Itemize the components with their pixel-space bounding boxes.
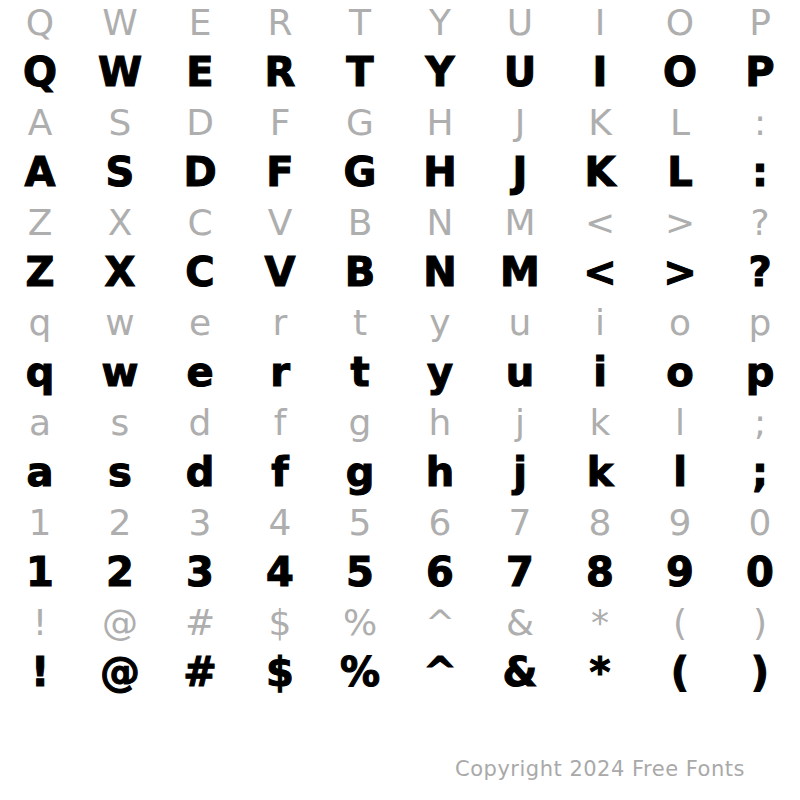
char-cell-black-r4-c3: f [240, 444, 320, 500]
reference-row-5: 1234567890 [0, 500, 800, 544]
char-cell-black-r3-c8: o [640, 344, 720, 400]
char-cell-black-r0-c0: Q [0, 44, 80, 100]
char-cell-black-r3-c1: w [80, 344, 160, 400]
char-cell-black-r6-c3: $ [240, 644, 320, 700]
char-cell-black-r2-c9: ? [720, 244, 800, 300]
char-cell-black-r2-c5: N [400, 244, 480, 300]
char-cell-gray-r2-c3: V [240, 200, 320, 244]
char-cell-gray-r1-c7: K [560, 100, 640, 144]
char-cell-black-r6-c1: @ [80, 644, 160, 700]
char-cell-gray-r0-c7: I [560, 0, 640, 44]
char-cell-black-r4-c7: k [560, 444, 640, 500]
char-cell-black-r5-c8: 9 [640, 544, 720, 600]
char-cell-black-r6-c6: & [480, 644, 560, 700]
char-cell-gray-r2-c5: N [400, 200, 480, 244]
char-cell-black-r6-c4: % [320, 644, 400, 700]
char-cell-black-r2-c0: Z [0, 244, 80, 300]
char-cell-gray-r1-c1: S [80, 100, 160, 144]
char-cell-black-r6-c2: # [160, 644, 240, 700]
char-cell-black-r1-c0: A [0, 144, 80, 200]
char-cell-black-r2-c7: < [560, 244, 640, 300]
char-cell-black-r3-c7: i [560, 344, 640, 400]
char-cell-gray-r2-c8: > [640, 200, 720, 244]
char-cell-gray-r3-c1: w [80, 300, 160, 344]
char-cell-black-r1-c6: J [480, 144, 560, 200]
char-cell-black-r5-c6: 7 [480, 544, 560, 600]
char-cell-gray-r1-c5: H [400, 100, 480, 144]
char-cell-gray-r3-c9: p [720, 300, 800, 344]
row-pair-2: ZXCVBNM<>?ZXCVBNM<>? [0, 200, 800, 300]
char-cell-black-r5-c4: 5 [320, 544, 400, 600]
char-cell-black-r6-c7: * [560, 644, 640, 700]
char-cell-gray-r1-c0: A [0, 100, 80, 144]
specimen-row-0: QWERTYUIOP [0, 44, 800, 100]
reference-row-3: qwertyuiop [0, 300, 800, 344]
specimen-row-5: 1234567890 [0, 544, 800, 600]
char-cell-gray-r1-c9: : [720, 100, 800, 144]
char-cell-gray-r0-c2: E [160, 0, 240, 44]
reference-row-1: ASDFGHJKL: [0, 100, 800, 144]
char-cell-black-r1-c3: F [240, 144, 320, 200]
row-pair-3: qwertyuiopqwertyuiop [0, 300, 800, 400]
char-cell-gray-r2-c4: B [320, 200, 400, 244]
char-cell-gray-r5-c1: 2 [80, 500, 160, 544]
char-cell-gray-r5-c6: 7 [480, 500, 560, 544]
char-cell-black-r0-c1: W [80, 44, 160, 100]
char-cell-gray-r0-c8: O [640, 0, 720, 44]
char-cell-gray-r6-c7: * [560, 600, 640, 644]
char-cell-black-r3-c6: u [480, 344, 560, 400]
char-cell-gray-r4-c0: a [0, 400, 80, 444]
char-cell-gray-r2-c6: M [480, 200, 560, 244]
char-cell-gray-r1-c2: D [160, 100, 240, 144]
reference-row-4: asdfghjkl; [0, 400, 800, 444]
char-cell-black-r4-c5: h [400, 444, 480, 500]
char-cell-black-r6-c8: ( [640, 644, 720, 700]
char-cell-gray-r6-c2: # [160, 600, 240, 644]
char-cell-gray-r6-c5: ^ [400, 600, 480, 644]
char-cell-black-r4-c9: ; [720, 444, 800, 500]
char-cell-black-r0-c3: R [240, 44, 320, 100]
char-cell-black-r4-c1: s [80, 444, 160, 500]
char-cell-black-r2-c2: C [160, 244, 240, 300]
character-grid: QWERTYUIOPQWERTYUIOPASDFGHJKL:ASDFGHJKL:… [0, 0, 800, 700]
char-cell-gray-r3-c7: i [560, 300, 640, 344]
char-cell-gray-r1-c3: F [240, 100, 320, 144]
char-cell-gray-r2-c1: X [80, 200, 160, 244]
char-cell-gray-r0-c3: R [240, 0, 320, 44]
char-cell-black-r4-c4: g [320, 444, 400, 500]
char-cell-gray-r3-c6: u [480, 300, 560, 344]
char-cell-gray-r4-c9: ; [720, 400, 800, 444]
copyright-text: Copyright 2024 Free Fonts [400, 757, 800, 789]
reference-row-0: QWERTYUIOP [0, 0, 800, 44]
char-cell-gray-r5-c0: 1 [0, 500, 80, 544]
reference-row-2: ZXCVBNM<>? [0, 200, 800, 244]
char-cell-black-r5-c9: 0 [720, 544, 800, 600]
char-cell-gray-r1-c8: L [640, 100, 720, 144]
char-cell-gray-r3-c8: o [640, 300, 720, 344]
char-cell-black-r6-c9: ) [720, 644, 800, 700]
char-cell-gray-r6-c4: % [320, 600, 400, 644]
char-cell-black-r3-c9: p [720, 344, 800, 400]
row-pair-0: QWERTYUIOPQWERTYUIOP [0, 0, 800, 100]
char-cell-black-r1-c7: K [560, 144, 640, 200]
char-cell-black-r3-c2: e [160, 344, 240, 400]
specimen-row-1: ASDFGHJKL: [0, 144, 800, 200]
char-cell-gray-r4-c8: l [640, 400, 720, 444]
char-cell-black-r0-c5: Y [400, 44, 480, 100]
char-cell-black-r0-c8: O [640, 44, 720, 100]
char-cell-black-r0-c6: U [480, 44, 560, 100]
char-cell-gray-r4-c3: f [240, 400, 320, 444]
char-cell-gray-r3-c4: t [320, 300, 400, 344]
char-cell-gray-r2-c9: ? [720, 200, 800, 244]
char-cell-gray-r1-c6: J [480, 100, 560, 144]
char-cell-gray-r5-c7: 8 [560, 500, 640, 544]
char-cell-gray-r4-c6: j [480, 400, 560, 444]
char-cell-gray-r5-c4: 5 [320, 500, 400, 544]
row-pair-5: 12345678901234567890 [0, 500, 800, 600]
char-cell-black-r3-c0: q [0, 344, 80, 400]
char-cell-black-r5-c7: 8 [560, 544, 640, 600]
char-cell-black-r2-c6: M [480, 244, 560, 300]
char-cell-gray-r0-c5: Y [400, 0, 480, 44]
char-cell-gray-r5-c9: 0 [720, 500, 800, 544]
row-pair-4: asdfghjkl;asdfghjkl; [0, 400, 800, 500]
char-cell-gray-r4-c1: s [80, 400, 160, 444]
char-cell-gray-r0-c6: U [480, 0, 560, 44]
char-cell-gray-r0-c0: Q [0, 0, 80, 44]
char-cell-black-r3-c5: y [400, 344, 480, 400]
char-cell-gray-r6-c3: $ [240, 600, 320, 644]
char-cell-black-r2-c4: B [320, 244, 400, 300]
char-cell-gray-r4-c5: h [400, 400, 480, 444]
char-cell-black-r0-c9: P [720, 44, 800, 100]
char-cell-gray-r3-c5: y [400, 300, 480, 344]
char-cell-black-r1-c2: D [160, 144, 240, 200]
char-cell-gray-r3-c0: q [0, 300, 80, 344]
char-cell-gray-r6-c1: @ [80, 600, 160, 644]
char-cell-black-r6-c5: ^ [400, 644, 480, 700]
char-cell-gray-r1-c4: G [320, 100, 400, 144]
char-cell-gray-r6-c8: ( [640, 600, 720, 644]
char-cell-black-r4-c2: d [160, 444, 240, 500]
char-cell-gray-r0-c9: P [720, 0, 800, 44]
char-cell-black-r4-c8: l [640, 444, 720, 500]
char-cell-black-r1-c8: L [640, 144, 720, 200]
char-cell-gray-r4-c4: g [320, 400, 400, 444]
char-cell-gray-r2-c0: Z [0, 200, 80, 244]
char-cell-black-r0-c4: T [320, 44, 400, 100]
char-cell-gray-r6-c0: ! [0, 600, 80, 644]
char-cell-black-r5-c2: 3 [160, 544, 240, 600]
char-cell-black-r4-c0: a [0, 444, 80, 500]
char-cell-gray-r5-c8: 9 [640, 500, 720, 544]
char-cell-black-r5-c5: 6 [400, 544, 480, 600]
char-cell-gray-r4-c2: d [160, 400, 240, 444]
reference-row-6: !@#$%^&*() [0, 600, 800, 644]
char-cell-black-r5-c3: 4 [240, 544, 320, 600]
char-cell-black-r0-c7: I [560, 44, 640, 100]
row-pair-6: !@#$%^&*()!@#$%^&*() [0, 600, 800, 700]
specimen-row-2: ZXCVBNM<>? [0, 244, 800, 300]
char-cell-black-r2-c8: > [640, 244, 720, 300]
specimen-row-6: !@#$%^&*() [0, 644, 800, 700]
font-specimen-sheet: QWERTYUIOPQWERTYUIOPASDFGHJKL:ASDFGHJKL:… [0, 0, 800, 800]
char-cell-gray-r6-c9: ) [720, 600, 800, 644]
char-cell-black-r4-c6: j [480, 444, 560, 500]
specimen-row-4: asdfghjkl; [0, 444, 800, 500]
char-cell-black-r5-c1: 2 [80, 544, 160, 600]
char-cell-black-r0-c2: E [160, 44, 240, 100]
specimen-row-3: qwertyuiop [0, 344, 800, 400]
char-cell-gray-r6-c6: & [480, 600, 560, 644]
char-cell-black-r2-c3: V [240, 244, 320, 300]
char-cell-gray-r2-c7: < [560, 200, 640, 244]
char-cell-black-r1-c5: H [400, 144, 480, 200]
char-cell-gray-r0-c4: T [320, 0, 400, 44]
char-cell-gray-r0-c1: W [80, 0, 160, 44]
row-pair-1: ASDFGHJKL:ASDFGHJKL: [0, 100, 800, 200]
char-cell-gray-r5-c2: 3 [160, 500, 240, 544]
char-cell-gray-r3-c2: e [160, 300, 240, 344]
char-cell-gray-r4-c7: k [560, 400, 640, 444]
char-cell-black-r6-c0: ! [0, 644, 80, 700]
char-cell-black-r5-c0: 1 [0, 544, 80, 600]
char-cell-gray-r3-c3: r [240, 300, 320, 344]
char-cell-black-r1-c1: S [80, 144, 160, 200]
char-cell-black-r3-c3: r [240, 344, 320, 400]
char-cell-gray-r5-c5: 6 [400, 500, 480, 544]
char-cell-black-r1-c9: : [720, 144, 800, 200]
char-cell-gray-r2-c2: C [160, 200, 240, 244]
char-cell-gray-r5-c3: 4 [240, 500, 320, 544]
char-cell-black-r1-c4: G [320, 144, 400, 200]
char-cell-black-r2-c1: X [80, 244, 160, 300]
char-cell-black-r3-c4: t [320, 344, 400, 400]
